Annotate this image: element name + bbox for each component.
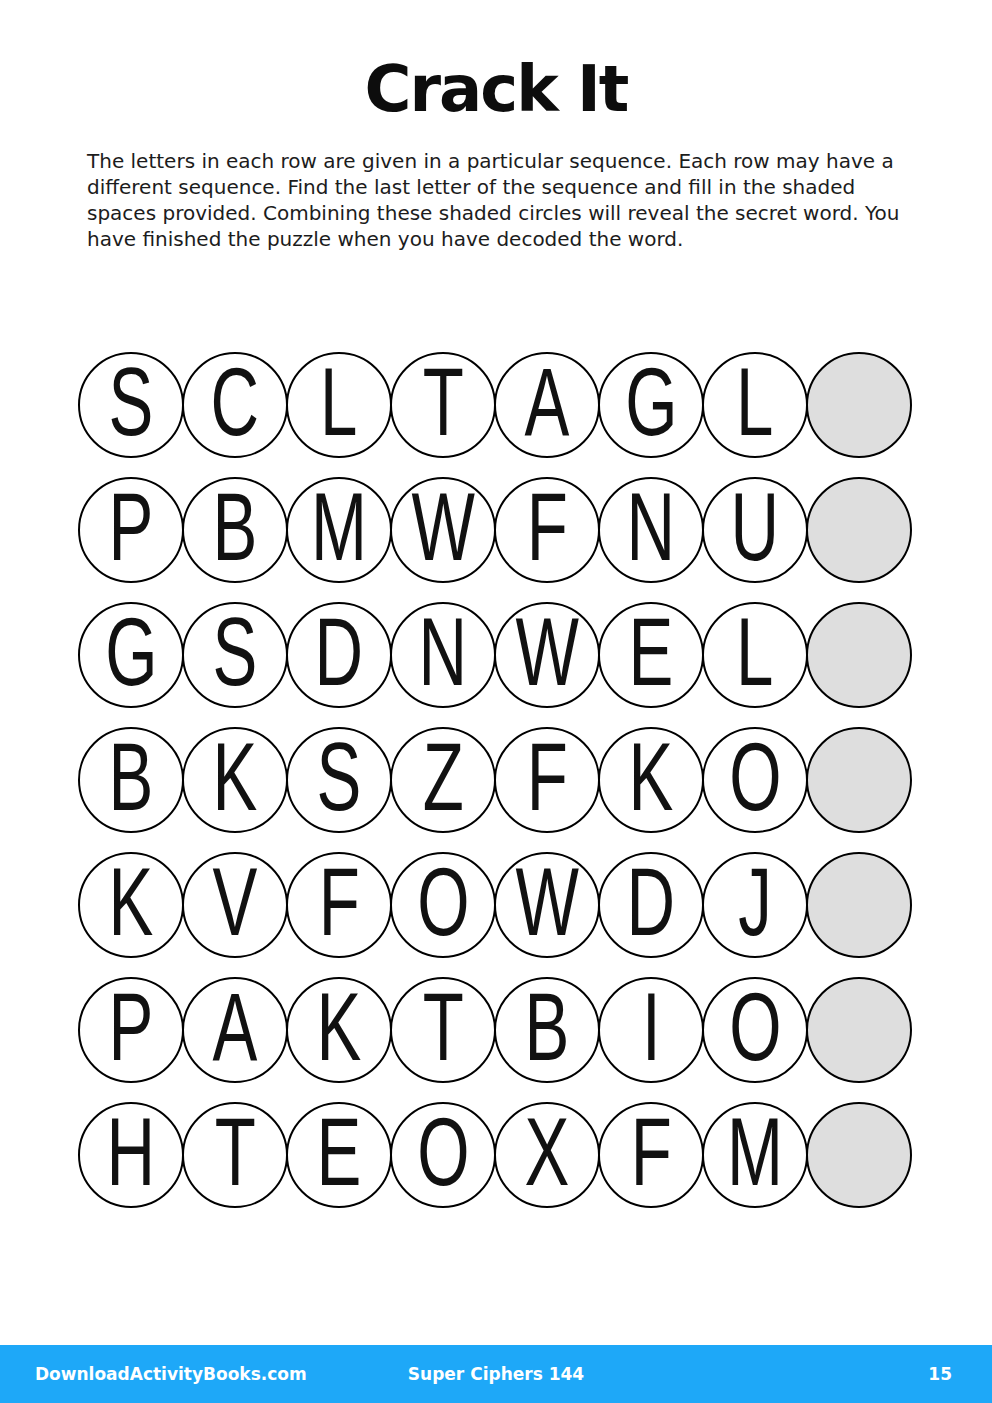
letter-glyph: W (515, 854, 578, 950)
letter-glyph: E (629, 604, 674, 700)
letter-glyph: J (738, 854, 772, 950)
letter-cell: M (702, 1102, 808, 1208)
puzzle-row: HTEOXFM (78, 1102, 918, 1208)
answer-cell[interactable] (806, 352, 912, 458)
letter-cell: A (182, 977, 288, 1083)
letter-cell: F (286, 852, 392, 958)
letter-glyph: O (729, 729, 781, 825)
footer-series-label: Super Ciphers 144 (350, 1364, 642, 1384)
letter-glyph: X (525, 1104, 570, 1200)
letter-glyph: T (214, 1104, 255, 1200)
letter-cell: X (494, 1102, 600, 1208)
letter-glyph: H (107, 1104, 156, 1200)
letter-glyph: I (642, 979, 661, 1075)
letter-glyph: F (526, 479, 567, 575)
letter-cell: W (494, 852, 600, 958)
letter-glyph: L (736, 354, 773, 450)
letter-cell: U (702, 477, 808, 583)
letter-glyph: T (422, 354, 463, 450)
footer-bar: DownloadActivityBooks.com Super Ciphers … (0, 1345, 992, 1403)
letter-cell: E (598, 602, 704, 708)
letter-cell: M (286, 477, 392, 583)
letter-cell: O (390, 1102, 496, 1208)
letter-glyph: S (109, 354, 154, 450)
letter-cell: B (78, 727, 184, 833)
letter-glyph: K (109, 854, 154, 950)
letter-cell: B (494, 977, 600, 1083)
letter-glyph: V (213, 854, 258, 950)
letter-glyph: B (525, 979, 570, 1075)
letter-cell: K (598, 727, 704, 833)
letter-glyph: A (525, 354, 570, 450)
letter-glyph: T (422, 979, 463, 1075)
puzzle-grid: SCLTAGLPBMWFNUGSDNWELBKSZFKOKVFOWDJPAKTB… (78, 352, 918, 1227)
letter-glyph: O (729, 979, 781, 1075)
letter-glyph: O (417, 1104, 469, 1200)
letter-cell: K (78, 852, 184, 958)
letter-cell: J (702, 852, 808, 958)
page-title: Crack It (0, 52, 992, 126)
puzzle-row: SCLTAGL (78, 352, 918, 458)
letter-glyph: F (318, 854, 359, 950)
letter-cell: T (390, 352, 496, 458)
answer-cell[interactable] (806, 1102, 912, 1208)
answer-cell[interactable] (806, 602, 912, 708)
letter-cell: K (182, 727, 288, 833)
letter-cell: S (182, 602, 288, 708)
letter-glyph: G (105, 604, 157, 700)
answer-cell[interactable] (806, 477, 912, 583)
puzzle-row: PBMWFNU (78, 477, 918, 583)
letter-glyph: B (213, 479, 258, 575)
puzzle-row: GSDNWEL (78, 602, 918, 708)
letter-glyph: A (213, 979, 258, 1075)
letter-cell: O (390, 852, 496, 958)
letter-cell: C (182, 352, 288, 458)
letter-cell: G (598, 352, 704, 458)
letter-glyph: P (109, 479, 154, 575)
letter-cell: N (598, 477, 704, 583)
puzzle-row: KVFOWDJ (78, 852, 918, 958)
letter-cell: P (78, 477, 184, 583)
footer-site-link[interactable]: DownloadActivityBooks.com (0, 1364, 350, 1384)
letter-cell: O (702, 977, 808, 1083)
letter-glyph: O (417, 854, 469, 950)
letter-cell: F (494, 727, 600, 833)
letter-glyph: K (213, 729, 258, 825)
letter-glyph: C (211, 354, 260, 450)
letter-cell: F (598, 1102, 704, 1208)
letter-glyph: M (727, 1104, 783, 1200)
letter-glyph: D (627, 854, 676, 950)
letter-glyph: E (317, 1104, 362, 1200)
letter-glyph: N (419, 604, 468, 700)
letter-glyph: K (317, 979, 362, 1075)
letter-glyph: W (515, 604, 578, 700)
letter-glyph: L (736, 604, 773, 700)
letter-cell: W (494, 602, 600, 708)
letter-glyph: M (311, 479, 367, 575)
answer-cell[interactable] (806, 727, 912, 833)
letter-glyph: G (625, 354, 677, 450)
letter-cell: K (286, 977, 392, 1083)
letter-glyph: W (411, 479, 474, 575)
letter-cell: E (286, 1102, 392, 1208)
letter-glyph: B (109, 729, 154, 825)
letter-cell: P (78, 977, 184, 1083)
letter-cell: S (78, 352, 184, 458)
answer-cell[interactable] (806, 852, 912, 958)
letter-glyph: K (629, 729, 674, 825)
letter-cell: L (702, 602, 808, 708)
letter-glyph: F (526, 729, 567, 825)
letter-glyph: P (109, 979, 154, 1075)
puzzle-row: BKSZFKO (78, 727, 918, 833)
footer-page-number: 15 (642, 1364, 992, 1384)
letter-cell: V (182, 852, 288, 958)
letter-glyph: S (213, 604, 258, 700)
letter-glyph: N (627, 479, 676, 575)
letter-glyph: L (320, 354, 357, 450)
instructions-text: The letters in each row are given in a p… (87, 148, 905, 252)
letter-cell: G (78, 602, 184, 708)
letter-cell: D (286, 602, 392, 708)
puzzle-row: PAKTBIO (78, 977, 918, 1083)
letter-glyph: D (315, 604, 364, 700)
letter-cell: B (182, 477, 288, 583)
letter-cell: A (494, 352, 600, 458)
letter-cell: O (702, 727, 808, 833)
letter-cell: W (390, 477, 496, 583)
answer-cell[interactable] (806, 977, 912, 1083)
letter-cell: D (598, 852, 704, 958)
letter-cell: H (78, 1102, 184, 1208)
letter-cell: T (182, 1102, 288, 1208)
letter-cell: T (390, 977, 496, 1083)
letter-cell: L (286, 352, 392, 458)
letter-cell: S (286, 727, 392, 833)
letter-cell: Z (390, 727, 496, 833)
letter-glyph: F (630, 1104, 671, 1200)
letter-glyph: U (731, 479, 780, 575)
letter-cell: F (494, 477, 600, 583)
letter-cell: L (702, 352, 808, 458)
letter-glyph: Z (422, 729, 463, 825)
letter-glyph: S (317, 729, 362, 825)
letter-cell: I (598, 977, 704, 1083)
letter-cell: N (390, 602, 496, 708)
